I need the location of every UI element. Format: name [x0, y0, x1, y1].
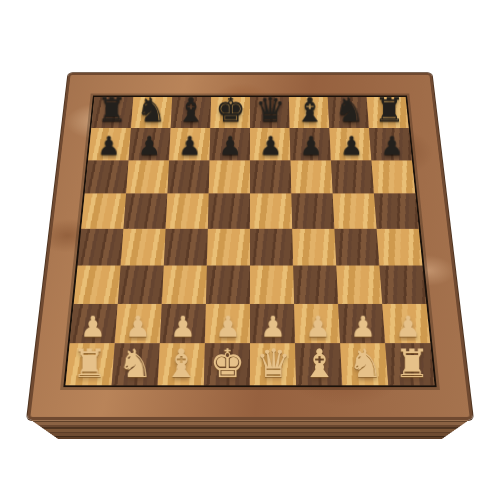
square-a8: ♜	[91, 97, 133, 128]
square-b4	[121, 229, 166, 266]
piece-white-pawn: ♟	[170, 313, 196, 342]
piece-white-rook: ♜	[394, 344, 429, 383]
square-e8: ♛	[250, 97, 290, 128]
square-g8: ♞	[328, 97, 369, 128]
piece-black-bishop: ♝	[294, 93, 324, 127]
piece-white-pawn: ♟	[125, 313, 151, 342]
square-g2: ♟	[338, 303, 385, 343]
piece-black-pawn: ♟	[178, 133, 201, 159]
square-g1: ♞	[340, 343, 388, 385]
square-d8: ♚	[210, 97, 250, 128]
square-b2: ♟	[115, 303, 162, 343]
square-g5	[333, 194, 377, 229]
piece-white-pawn: ♟	[215, 313, 241, 342]
square-d1: ♚	[204, 343, 250, 385]
square-f2: ♟	[294, 303, 340, 343]
square-g3	[336, 265, 382, 303]
square-e7: ♟	[250, 128, 290, 160]
square-a7: ♟	[88, 128, 131, 160]
square-g6	[331, 160, 374, 194]
square-b5	[123, 194, 167, 229]
square-c7: ♟	[169, 128, 210, 160]
square-f8: ♝	[289, 97, 329, 128]
square-d5	[208, 194, 250, 229]
square-b3	[118, 265, 164, 303]
square-f6	[290, 160, 332, 194]
square-a4	[78, 229, 124, 266]
square-h3	[379, 265, 426, 303]
board-frame: ♜♞♝♚♛♝♞♜♟♟♟♟♟♟♟♟♟♟♟♟♟♟♟♟♜♞♝♚♛♝♞♜	[27, 73, 473, 420]
piece-white-pawn: ♟	[260, 313, 286, 342]
square-f4	[292, 229, 336, 266]
piece-white-knight: ♞	[348, 344, 383, 383]
piece-black-pawn: ♟	[218, 133, 241, 159]
square-c1: ♝	[158, 343, 205, 385]
square-h4	[377, 229, 423, 266]
piece-white-pawn: ♟	[395, 313, 421, 342]
square-h2: ♟	[382, 303, 430, 343]
piece-black-rook: ♜	[374, 93, 404, 127]
square-d4	[207, 229, 250, 266]
square-e1: ♛	[250, 343, 296, 385]
piece-black-bishop: ♝	[175, 93, 205, 127]
square-b1: ♞	[112, 343, 160, 385]
square-c8: ♝	[171, 97, 211, 128]
square-d7: ♟	[210, 128, 250, 160]
square-c3	[162, 265, 207, 303]
square-e6	[250, 160, 291, 194]
piece-black-pawn: ♟	[137, 133, 160, 159]
piece-black-knight: ♞	[136, 93, 166, 127]
photo-background: ♜♞♝♚♛♝♞♜♟♟♟♟♟♟♟♟♟♟♟♟♟♟♟♟♜♞♝♚♛♝♞♜	[0, 0, 500, 500]
square-a3	[74, 265, 121, 303]
square-f3	[293, 265, 338, 303]
square-a2: ♟	[70, 303, 118, 343]
square-h7: ♟	[369, 128, 412, 160]
square-f7: ♟	[290, 128, 331, 160]
square-h8: ♜	[367, 97, 409, 128]
piece-white-knight: ♞	[117, 344, 152, 383]
piece-black-queen: ♛	[255, 93, 285, 127]
square-a5	[81, 194, 126, 229]
square-g7: ♟	[329, 128, 371, 160]
piece-white-pawn: ♟	[305, 313, 331, 342]
piece-white-pawn: ♟	[350, 313, 376, 342]
piece-black-pawn: ♟	[340, 133, 363, 159]
piece-black-pawn: ♟	[380, 133, 403, 159]
square-c2: ♟	[160, 303, 206, 343]
piece-white-bishop: ♝	[163, 344, 198, 383]
chess-board: ♜♞♝♚♛♝♞♜♟♟♟♟♟♟♟♟♟♟♟♟♟♟♟♟♜♞♝♚♛♝♞♜	[63, 96, 436, 388]
piece-black-pawn: ♟	[259, 133, 282, 159]
square-h6	[371, 160, 415, 194]
piece-black-king: ♚	[215, 93, 245, 127]
square-h5	[374, 194, 419, 229]
square-e3	[250, 265, 294, 303]
piece-white-rook: ♜	[71, 344, 106, 383]
square-d6	[209, 160, 250, 194]
piece-black-knight: ♞	[334, 93, 364, 127]
piece-white-queen: ♛	[255, 344, 290, 383]
piece-white-pawn: ♟	[80, 313, 106, 342]
storage-box-front	[31, 420, 469, 439]
piece-black-rook: ♜	[96, 93, 126, 127]
square-e2: ♟	[250, 303, 295, 343]
square-b6	[126, 160, 169, 194]
square-h1: ♜	[385, 343, 434, 385]
square-c6	[167, 160, 209, 194]
square-b7: ♟	[129, 128, 171, 160]
piece-white-king: ♚	[209, 344, 244, 383]
square-a6	[85, 160, 129, 194]
square-d3	[206, 265, 250, 303]
square-f5	[291, 194, 334, 229]
square-b8: ♞	[131, 97, 172, 128]
square-c4	[164, 229, 208, 266]
square-e5	[250, 194, 292, 229]
square-g4	[334, 229, 379, 266]
piece-black-pawn: ♟	[97, 133, 120, 159]
square-c5	[166, 194, 209, 229]
square-a1: ♜	[66, 343, 115, 385]
square-d2: ♟	[205, 303, 250, 343]
square-f1: ♝	[295, 343, 342, 385]
piece-white-bishop: ♝	[302, 344, 337, 383]
chess-box-set: ♜♞♝♚♛♝♞♜♟♟♟♟♟♟♟♟♟♟♟♟♟♟♟♟♜♞♝♚♛♝♞♜	[27, 73, 473, 420]
piece-black-pawn: ♟	[299, 133, 322, 159]
square-e4	[250, 229, 293, 266]
